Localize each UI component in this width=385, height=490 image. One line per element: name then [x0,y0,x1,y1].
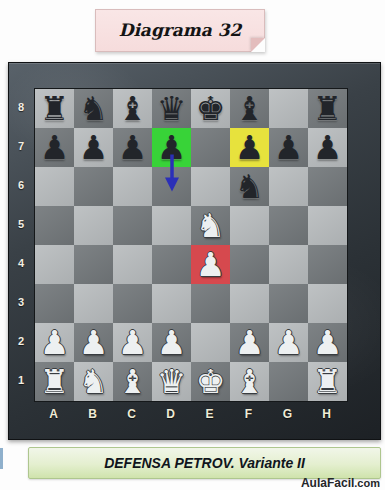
square-g2: ♟ [269,323,308,362]
square-h2: ♟ [308,323,347,362]
square-a7: ♟ [35,128,74,167]
square-d8: ♛ [152,89,191,128]
square-b6 [74,167,113,206]
white-pawn-e4: ♟ [191,245,230,284]
square-a5 [35,206,74,245]
square-h6 [308,167,347,206]
diagram-title-note: Diagrama 32 [95,9,265,52]
black-pawn-a7: ♟ [35,128,74,167]
square-a3 [35,284,74,323]
black-rook-h8: ♜ [308,89,347,128]
square-d4 [152,245,191,284]
square-h4 [308,245,347,284]
square-g7: ♟ [269,128,308,167]
white-knight-b1: ♞ [74,362,113,401]
square-f1: ♝ [230,362,269,401]
square-c3 [113,284,152,323]
caption-text: DEFENSA PETROV. Variante II [29,448,380,478]
file-label-g: G [268,403,307,425]
black-knight-b8: ♞ [74,89,113,128]
site-watermark: AulaFacil.com [301,476,380,490]
square-h8: ♜ [308,89,347,128]
square-c5 [113,206,152,245]
white-pawn-h2: ♟ [308,323,347,362]
square-f6: ♞ [230,167,269,206]
square-b7: ♟ [74,128,113,167]
white-pawn-g2: ♟ [269,323,308,362]
rank-label-8: 8 [9,88,33,127]
white-king-e1: ♚ [191,362,230,401]
white-pawn-b2: ♟ [74,323,113,362]
square-d5 [152,206,191,245]
black-pawn-g7: ♟ [269,128,308,167]
white-rook-a1: ♜ [35,362,74,401]
square-a1: ♜ [35,362,74,401]
square-d2: ♟ [152,323,191,362]
square-f4 [230,245,269,284]
square-c7: ♟ [113,128,152,167]
white-bishop-c1: ♝ [113,362,152,401]
black-pawn-c7: ♟ [113,128,152,167]
square-d3 [152,284,191,323]
file-label-a: A [34,403,73,425]
left-edge-tick [0,448,3,469]
square-g8 [269,89,308,128]
square-g6 [269,167,308,206]
watermark-brand: AulaFacil [301,476,354,490]
file-label-e: E [190,403,229,425]
black-bishop-f8: ♝ [230,89,269,128]
white-rook-h1: ♜ [308,362,347,401]
square-a8: ♜ [35,89,74,128]
black-rook-a8: ♜ [35,89,74,128]
file-label-f: F [229,403,268,425]
black-king-e8: ♚ [191,89,230,128]
square-c8: ♝ [113,89,152,128]
white-knight-e5: ♞ [191,206,230,245]
square-e3 [191,284,230,323]
black-bishop-c8: ♝ [113,89,152,128]
black-pawn-h7: ♟ [308,128,347,167]
rank-label-5: 5 [9,205,33,244]
white-pawn-c2: ♟ [113,323,152,362]
square-b3 [74,284,113,323]
black-knight-f6: ♞ [230,167,269,206]
square-b4 [74,245,113,284]
square-b2: ♟ [74,323,113,362]
square-b1: ♞ [74,362,113,401]
square-e6 [191,167,230,206]
rank-label-7: 7 [9,127,33,166]
board-squares-grid: ♜♞♝♛♚♝♜♟♟♟♟♟♟♟♞♞♟♟♟♟♟♟♟♟♜♞♝♛♚♝♜ [34,88,348,402]
square-g1 [269,362,308,401]
square-c2: ♟ [113,323,152,362]
square-b8: ♞ [74,89,113,128]
rank-label-4: 4 [9,244,33,283]
black-pawn-f7: ♟ [230,128,269,167]
square-e2 [191,323,230,362]
square-g5 [269,206,308,245]
note-fold-corner-icon [251,38,265,52]
file-label-d: D [151,403,190,425]
square-f8: ♝ [230,89,269,128]
chess-board: ♜♞♝♛♚♝♜♟♟♟♟♟♟♟♞♞♟♟♟♟♟♟♟♟♜♞♝♛♚♝♜ 87654321… [8,62,381,440]
square-c1: ♝ [113,362,152,401]
square-d6 [152,167,191,206]
square-h1: ♜ [308,362,347,401]
square-d7: ♟ [152,128,191,167]
file-label-h: H [307,403,346,425]
rank-label-2: 2 [9,322,33,361]
file-label-b: B [73,403,112,425]
square-h7: ♟ [308,128,347,167]
square-a6 [35,167,74,206]
black-pawn-d7: ♟ [152,128,191,167]
watermark-suffix: .com [354,477,380,489]
white-pawn-a2: ♟ [35,323,74,362]
square-b5 [74,206,113,245]
square-e1: ♚ [191,362,230,401]
square-e7 [191,128,230,167]
square-h5 [308,206,347,245]
square-d1: ♛ [152,362,191,401]
black-pawn-b7: ♟ [74,128,113,167]
black-queen-d8: ♛ [152,89,191,128]
square-a4 [35,245,74,284]
square-f7: ♟ [230,128,269,167]
diagram-title: Diagrama 32 [96,10,264,51]
square-g3 [269,284,308,323]
square-c4 [113,245,152,284]
white-pawn-f2: ♟ [230,323,269,362]
square-f2: ♟ [230,323,269,362]
rank-label-3: 3 [9,283,33,322]
white-pawn-d2: ♟ [152,323,191,362]
square-e5: ♞ [191,206,230,245]
square-e4: ♟ [191,245,230,284]
rank-label-1: 1 [9,361,33,400]
square-h3 [308,284,347,323]
white-bishop-f1: ♝ [230,362,269,401]
square-f3 [230,284,269,323]
square-e8: ♚ [191,89,230,128]
caption-box: DEFENSA PETROV. Variante II [28,447,381,479]
rank-label-6: 6 [9,166,33,205]
white-queen-d1: ♛ [152,362,191,401]
square-a2: ♟ [35,323,74,362]
square-f5 [230,206,269,245]
square-c6 [113,167,152,206]
file-label-c: C [112,403,151,425]
square-g4 [269,245,308,284]
